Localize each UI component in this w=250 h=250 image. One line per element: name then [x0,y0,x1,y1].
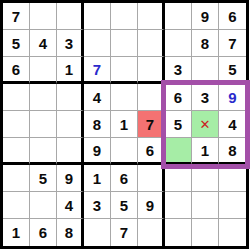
cell-r4c4[interactable]: 4 [84,84,111,111]
cell-r2c9[interactable]: 7 [219,30,246,57]
cell-r5c9[interactable]: 4 [219,111,246,138]
cell-r7c1[interactable] [3,165,30,192]
cell-r7c9[interactable] [219,165,246,192]
cell-r1c3[interactable] [57,3,84,30]
cell-r4c8[interactable]: 3 [192,84,219,111]
sudoku-board-frame: 796543876173546398175✕49618591643591687 [0,0,249,249]
cell-r1c4[interactable] [84,3,111,30]
cell-r3c1[interactable]: 6 [3,57,30,84]
cell-r2c8[interactable]: 8 [192,30,219,57]
cell-r7c3[interactable]: 9 [57,165,84,192]
cell-r1c7[interactable] [165,3,192,30]
cell-r9c6[interactable] [138,219,165,246]
cell-r8c4[interactable]: 3 [84,192,111,219]
cell-r3c4[interactable]: 7 [84,57,111,84]
cell-r6c1[interactable] [3,138,30,165]
cell-r9c3[interactable]: 8 [57,219,84,246]
sudoku-board: 796543876173546398175✕49618591643591687 [3,3,246,246]
cell-r2c4[interactable] [84,30,111,57]
cell-r5c6[interactable]: 7 [138,111,165,138]
cell-r3c9[interactable]: 5 [219,57,246,84]
cell-r2c2[interactable]: 4 [30,30,57,57]
cell-r5c8[interactable]: ✕ [192,111,219,138]
cell-r3c2[interactable] [30,57,57,84]
cell-r3c8[interactable] [192,57,219,84]
cell-r3c5[interactable] [111,57,138,84]
cell-r4c5[interactable] [111,84,138,111]
cell-r7c8[interactable] [192,165,219,192]
cell-r2c6[interactable] [138,30,165,57]
cell-r1c9[interactable]: 6 [219,3,246,30]
cell-r1c6[interactable] [138,3,165,30]
cell-r9c5[interactable]: 7 [111,219,138,246]
cell-r8c3[interactable]: 4 [57,192,84,219]
cell-r8c9[interactable] [219,192,246,219]
cell-r6c6[interactable]: 6 [138,138,165,165]
cell-r9c7[interactable] [165,219,192,246]
cell-r6c3[interactable] [57,138,84,165]
cell-r5c7[interactable]: 5 [165,111,192,138]
cell-r4c3[interactable] [57,84,84,111]
cell-r8c6[interactable]: 9 [138,192,165,219]
cell-r1c2[interactable] [30,3,57,30]
cell-r7c5[interactable]: 6 [111,165,138,192]
cell-r4c7[interactable]: 6 [165,84,192,111]
cell-r6c8[interactable]: 1 [192,138,219,165]
cell-r6c4[interactable]: 9 [84,138,111,165]
cell-r7c4[interactable]: 1 [84,165,111,192]
cell-r6c5[interactable] [111,138,138,165]
cell-r9c9[interactable] [219,219,246,246]
cell-r1c1[interactable]: 7 [3,3,30,30]
cell-r2c7[interactable] [165,30,192,57]
cell-r5c5[interactable]: 1 [111,111,138,138]
cell-r4c6[interactable] [138,84,165,111]
cell-r7c7[interactable] [165,165,192,192]
cell-r9c8[interactable] [192,219,219,246]
cell-r1c8[interactable]: 9 [192,3,219,30]
cell-r8c5[interactable]: 5 [111,192,138,219]
cell-r7c6[interactable] [138,165,165,192]
cell-r8c7[interactable] [165,192,192,219]
cell-r5c3[interactable] [57,111,84,138]
cell-r7c2[interactable]: 5 [30,165,57,192]
cell-r2c3[interactable]: 3 [57,30,84,57]
cell-r3c7[interactable]: 3 [165,57,192,84]
cell-r8c1[interactable] [3,192,30,219]
cell-r4c2[interactable] [30,84,57,111]
cell-r8c8[interactable] [192,192,219,219]
cell-r6c2[interactable] [30,138,57,165]
cell-r3c6[interactable] [138,57,165,84]
cell-r8c2[interactable] [30,192,57,219]
cell-r2c5[interactable] [111,30,138,57]
cell-r6c9[interactable]: 8 [219,138,246,165]
cell-r9c2[interactable]: 6 [30,219,57,246]
cell-r6c7[interactable] [165,138,192,165]
cell-r9c1[interactable]: 1 [3,219,30,246]
x-mark-icon: ✕ [200,118,211,131]
cell-r5c4[interactable]: 8 [84,111,111,138]
cell-r5c2[interactable] [30,111,57,138]
cell-r1c5[interactable] [111,3,138,30]
cell-r5c1[interactable] [3,111,30,138]
cell-r9c4[interactable] [84,219,111,246]
cell-r4c1[interactable] [3,84,30,111]
cell-r3c3[interactable]: 1 [57,57,84,84]
cell-r4c9[interactable]: 9 [219,84,246,111]
cell-r2c1[interactable]: 5 [3,30,30,57]
